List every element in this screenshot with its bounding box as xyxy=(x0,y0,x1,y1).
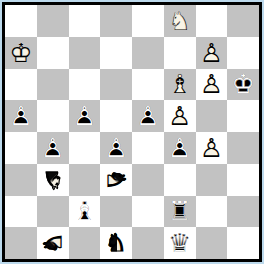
square-a6[interactable] xyxy=(5,69,37,101)
piece-black-pawn-b4: ♟♙ xyxy=(37,132,69,164)
square-e5[interactable]: ♟♙ xyxy=(132,100,164,132)
square-h6[interactable]: ♚♔ xyxy=(227,69,259,101)
square-e7[interactable] xyxy=(132,37,164,69)
piece-white-pawn-f5: ♟♙ xyxy=(164,100,196,132)
square-a3[interactable] xyxy=(5,164,37,196)
piece-black-pawn-a5: ♟♙ xyxy=(5,100,37,132)
bishop-glyph-outline: ♗ xyxy=(69,196,101,228)
pawn-glyph-outline: ♙ xyxy=(5,100,37,132)
square-d3[interactable]: ♞ xyxy=(100,164,132,196)
square-b3[interactable]: ♞ xyxy=(37,164,69,196)
square-h1[interactable] xyxy=(227,227,259,259)
square-d2[interactable] xyxy=(100,196,132,228)
square-d5[interactable] xyxy=(100,100,132,132)
square-f4[interactable]: ♟♙ xyxy=(164,132,196,164)
square-d6[interactable] xyxy=(100,69,132,101)
square-b7[interactable] xyxy=(37,37,69,69)
square-c3[interactable] xyxy=(69,164,101,196)
square-a5[interactable]: ♟♙ xyxy=(5,100,37,132)
square-d4[interactable]: ♟♙ xyxy=(100,132,132,164)
knight-glyph-outline: ♘ xyxy=(164,5,196,37)
square-d1[interactable]: ♞ xyxy=(100,227,132,259)
square-h5[interactable] xyxy=(227,100,259,132)
pawn-glyph-outline: ♙ xyxy=(37,132,69,164)
pawn-glyph-outline: ♙ xyxy=(164,132,196,164)
bishop-glyph-outline: ♗ xyxy=(164,69,196,101)
piece-black-king-h6: ♚♔ xyxy=(227,69,259,101)
square-h2[interactable] xyxy=(227,196,259,228)
square-a8[interactable] xyxy=(5,5,37,37)
square-f8[interactable]: ♞♘ xyxy=(164,5,196,37)
fairy-rotated-knight-b3: ♞ xyxy=(37,164,69,196)
square-f2[interactable]: ♜♖ xyxy=(164,196,196,228)
square-c7[interactable] xyxy=(69,37,101,69)
square-f3[interactable] xyxy=(164,164,196,196)
square-d7[interactable] xyxy=(100,37,132,69)
square-g2[interactable] xyxy=(196,196,228,228)
square-g4[interactable]: ♟♙ xyxy=(196,132,228,164)
square-f5[interactable]: ♟♙ xyxy=(164,100,196,132)
square-b1[interactable]: ♞ xyxy=(37,227,69,259)
square-f6[interactable]: ♝♗ xyxy=(164,69,196,101)
square-b6[interactable] xyxy=(37,69,69,101)
square-c8[interactable] xyxy=(69,5,101,37)
piece-white-pawn-g4: ♟♙ xyxy=(196,132,228,164)
rook-glyph-outline: ♖ xyxy=(164,196,196,228)
chess-board: ♞♘♚♔♟♙♝♗♟♙♚♔♟♙♟♙♟♙♟♙♟♙♟♙♟♙♟♙♞♞♝♗♜♖♞♞♛♕ xyxy=(5,5,259,259)
square-b4[interactable]: ♟♙ xyxy=(37,132,69,164)
square-h7[interactable] xyxy=(227,37,259,69)
square-a2[interactable] xyxy=(5,196,37,228)
pawn-glyph-outline: ♙ xyxy=(132,100,164,132)
square-g8[interactable] xyxy=(196,5,228,37)
pawn-glyph-outline: ♙ xyxy=(69,100,101,132)
square-e6[interactable] xyxy=(132,69,164,101)
square-c2[interactable]: ♝♗ xyxy=(69,196,101,228)
pawn-glyph-outline: ♙ xyxy=(196,132,228,164)
piece-white-knight-f8: ♞♘ xyxy=(164,5,196,37)
fairy-rotated-knight-d1: ♞ xyxy=(100,227,132,259)
square-d8[interactable] xyxy=(100,5,132,37)
fairy-rotated-knight-d3: ♞ xyxy=(100,164,132,196)
piece-black-queen-f1: ♛♕ xyxy=(164,227,196,259)
board-frame: ♞♘♚♔♟♙♝♗♟♙♚♔♟♙♟♙♟♙♟♙♟♙♟♙♟♙♟♙♞♞♝♗♜♖♞♞♛♕ xyxy=(2,2,262,262)
square-a4[interactable] xyxy=(5,132,37,164)
square-b5[interactable] xyxy=(37,100,69,132)
square-h4[interactable] xyxy=(227,132,259,164)
pawn-glyph-outline: ♙ xyxy=(164,100,196,132)
piece-black-pawn-e5: ♟♙ xyxy=(132,100,164,132)
square-g1[interactable] xyxy=(196,227,228,259)
square-e4[interactable] xyxy=(132,132,164,164)
square-g5[interactable] xyxy=(196,100,228,132)
pawn-glyph-outline: ♙ xyxy=(196,37,228,69)
square-c4[interactable] xyxy=(69,132,101,164)
piece-black-bishop-c2: ♝♗ xyxy=(69,196,101,228)
piece-black-pawn-d4: ♟♙ xyxy=(100,132,132,164)
piece-white-pawn-g7: ♟♙ xyxy=(196,37,228,69)
queen-glyph-outline: ♕ xyxy=(164,227,196,259)
piece-white-pawn-g6: ♟♙ xyxy=(196,69,228,101)
square-e8[interactable] xyxy=(132,5,164,37)
piece-black-pawn-c5: ♟♙ xyxy=(69,100,101,132)
square-a7[interactable]: ♚♔ xyxy=(5,37,37,69)
pawn-glyph-outline: ♙ xyxy=(100,132,132,164)
piece-black-pawn-f4: ♟♙ xyxy=(164,132,196,164)
fairy-rotated-knight-b1: ♞ xyxy=(37,227,69,259)
square-c1[interactable] xyxy=(69,227,101,259)
square-b8[interactable] xyxy=(37,5,69,37)
piece-white-king-a7: ♚♔ xyxy=(5,37,37,69)
piece-black-rook-f2: ♜♖ xyxy=(164,196,196,228)
square-g6[interactable]: ♟♙ xyxy=(196,69,228,101)
square-g7[interactable]: ♟♙ xyxy=(196,37,228,69)
square-c5[interactable]: ♟♙ xyxy=(69,100,101,132)
diagram-outer-edge: ♞♘♚♔♟♙♝♗♟♙♚♔♟♙♟♙♟♙♟♙♟♙♟♙♟♙♟♙♞♞♝♗♜♖♞♞♛♕ xyxy=(0,0,264,264)
square-f1[interactable]: ♛♕ xyxy=(164,227,196,259)
square-g3[interactable] xyxy=(196,164,228,196)
square-h8[interactable] xyxy=(227,5,259,37)
square-a1[interactable] xyxy=(5,227,37,259)
king-glyph-outline: ♔ xyxy=(5,37,37,69)
piece-white-bishop-f6: ♝♗ xyxy=(164,69,196,101)
square-e1[interactable] xyxy=(132,227,164,259)
square-f7[interactable] xyxy=(164,37,196,69)
square-e2[interactable] xyxy=(132,196,164,228)
king-glyph-outline: ♔ xyxy=(227,69,259,101)
square-c6[interactable] xyxy=(69,69,101,101)
square-b2[interactable] xyxy=(37,196,69,228)
square-e3[interactable] xyxy=(132,164,164,196)
pawn-glyph-outline: ♙ xyxy=(196,69,228,101)
square-h3[interactable] xyxy=(227,164,259,196)
